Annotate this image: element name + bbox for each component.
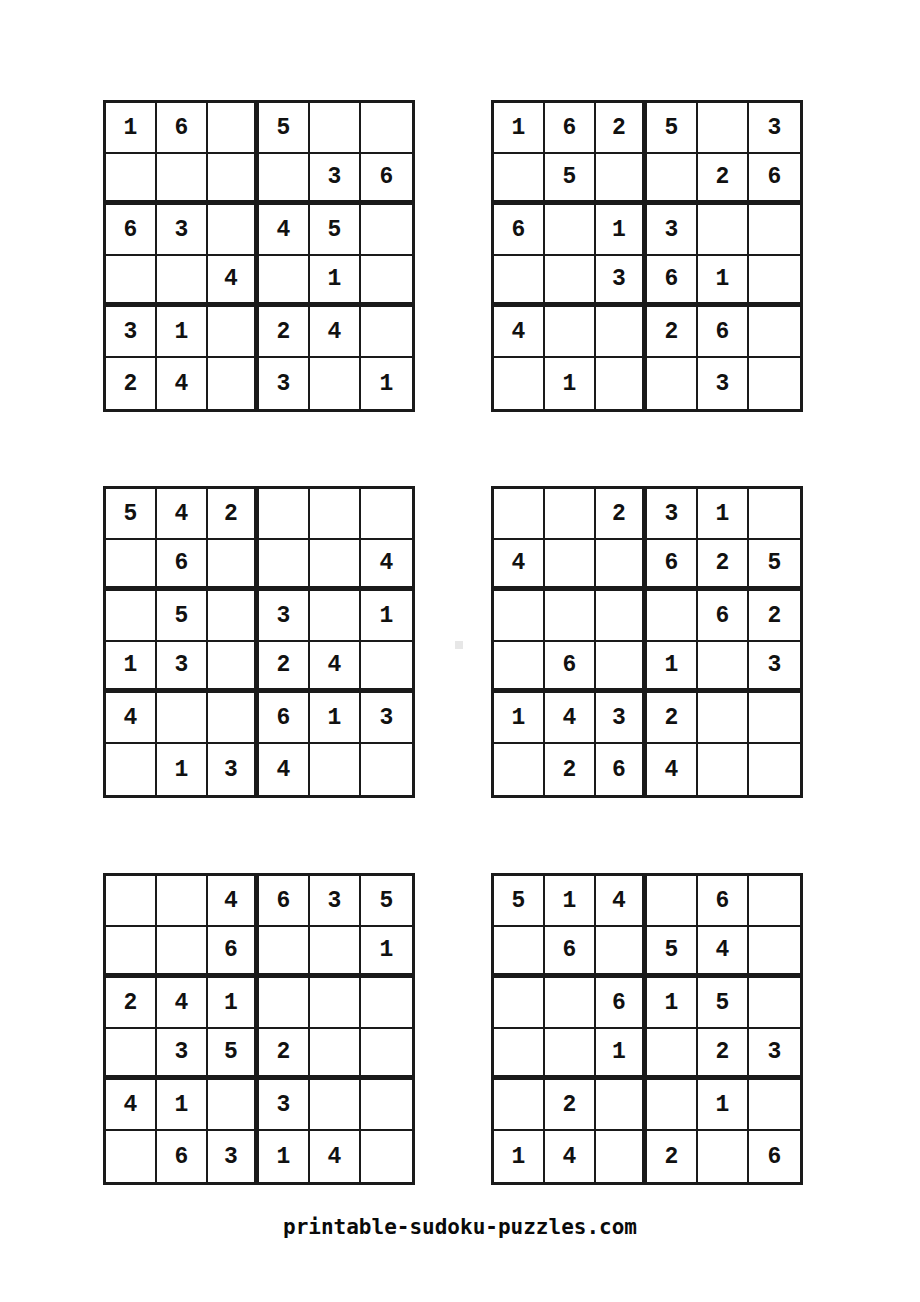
- puzzle-5-cell-r3c3-given: 1: [208, 978, 259, 1029]
- puzzle-3-cell-r3c4-given: 3: [259, 591, 310, 642]
- puzzle-4-cell-r5c1-given: 1: [494, 693, 545, 744]
- puzzle-1-cell-r6c3-empty[interactable]: [208, 358, 259, 409]
- puzzle-1-cell-r4c6-empty[interactable]: [361, 256, 412, 307]
- puzzle-2-cell-r2c6-given: 6: [749, 154, 800, 205]
- puzzle-3-cell-r5c2-empty[interactable]: [157, 693, 208, 744]
- puzzle-6-cell-r6c1-given: 1: [494, 1131, 545, 1182]
- puzzle-1-cell-r6c2-given: 4: [157, 358, 208, 409]
- puzzle-1-cell-r4c3-given: 4: [208, 256, 259, 307]
- puzzle-2-cell-r5c5-given: 6: [698, 307, 749, 358]
- puzzle-4-cell-r6c4-given: 4: [647, 744, 698, 795]
- sudoku-board-1: 1653663454131242431: [103, 100, 415, 412]
- puzzle-6-cell-r2c6-empty[interactable]: [749, 927, 800, 978]
- puzzle-2-cell-r5c4-given: 2: [647, 307, 698, 358]
- puzzle-6-cell-r1c4-empty[interactable]: [647, 876, 698, 927]
- puzzle-3-cell-r5c4-given: 6: [259, 693, 310, 744]
- puzzle-5-cell-r3c6-empty[interactable]: [361, 978, 412, 1029]
- puzzle-3-cell-r6c5-empty[interactable]: [310, 744, 361, 795]
- puzzle-5-cell-r1c5-given: 3: [310, 876, 361, 927]
- puzzle-5-cell-r1c3-given: 4: [208, 876, 259, 927]
- puzzle-2-cell-r3c4-given: 3: [647, 205, 698, 256]
- puzzle-2-cell-r2c5-given: 2: [698, 154, 749, 205]
- puzzle-6-cell-r5c2-given: 2: [545, 1080, 596, 1131]
- puzzle-5-cell-r5c5-empty[interactable]: [310, 1080, 361, 1131]
- puzzle-4-cell-r5c6-empty[interactable]: [749, 693, 800, 744]
- puzzle-2-cell-r1c3-given: 2: [596, 103, 647, 154]
- puzzle-1-cell-r3c4-given: 4: [259, 205, 310, 256]
- puzzle-1-cell-r2c4-empty[interactable]: [259, 154, 310, 205]
- puzzle-6-cell-r2c4-given: 5: [647, 927, 698, 978]
- puzzle-5-cell-r5c1-given: 4: [106, 1080, 157, 1131]
- puzzle-5-cell-r6c3-given: 3: [208, 1131, 259, 1182]
- puzzle-1-cell-r3c2-given: 3: [157, 205, 208, 256]
- puzzle-4-cell-r4c2-given: 6: [545, 642, 596, 693]
- puzzle-3-cell-r6c2-given: 1: [157, 744, 208, 795]
- puzzle-2-cell-r1c2-given: 6: [545, 103, 596, 154]
- puzzle-3-cell-r3c2-given: 5: [157, 591, 208, 642]
- puzzle-3-cell-r1c4-empty[interactable]: [259, 489, 310, 540]
- puzzle-5-cell-r4c3-given: 5: [208, 1029, 259, 1080]
- puzzle-4-cell-r6c2-given: 2: [545, 744, 596, 795]
- puzzle-4-cell-r2c2-empty[interactable]: [545, 540, 596, 591]
- puzzle-1-cell-r3c5-given: 5: [310, 205, 361, 256]
- puzzle-4-cell-r5c5-empty[interactable]: [698, 693, 749, 744]
- puzzle-5-cell-r1c4-given: 6: [259, 876, 310, 927]
- puzzle-2-cell-r6c1-empty[interactable]: [494, 358, 545, 409]
- puzzle-3-cell-r1c3-given: 2: [208, 489, 259, 540]
- puzzle-6-cell-r1c1-given: 5: [494, 876, 545, 927]
- puzzle-2-cell-r1c6-given: 3: [749, 103, 800, 154]
- puzzle-6-cell-r2c1-empty[interactable]: [494, 927, 545, 978]
- puzzle-2-cell-r5c3-empty[interactable]: [596, 307, 647, 358]
- puzzle-3-cell-r3c1-empty[interactable]: [106, 591, 157, 642]
- puzzle-5-cell-r2c1-empty[interactable]: [106, 927, 157, 978]
- puzzle-2-cell-r3c2-empty[interactable]: [545, 205, 596, 256]
- puzzle-6-cell-r3c5-given: 5: [698, 978, 749, 1029]
- puzzle-1-cell-r1c2-given: 6: [157, 103, 208, 154]
- puzzle-3-cell-r1c5-empty[interactable]: [310, 489, 361, 540]
- puzzle-3-cell-r4c2-given: 3: [157, 642, 208, 693]
- puzzle-6-cell-r6c4-given: 2: [647, 1131, 698, 1182]
- puzzle-4-cell-r4c4-given: 1: [647, 642, 698, 693]
- puzzle-6-cell-r1c2-given: 1: [545, 876, 596, 927]
- puzzle-4-cell-r3c3-empty[interactable]: [596, 591, 647, 642]
- puzzle-2-cell-r6c3-empty[interactable]: [596, 358, 647, 409]
- puzzle-6-cell-r3c6-empty[interactable]: [749, 978, 800, 1029]
- puzzle-3-cell-r5c5-given: 1: [310, 693, 361, 744]
- puzzle-1-cell-r4c1-empty[interactable]: [106, 256, 157, 307]
- puzzle-3-cell-r3c3-empty[interactable]: [208, 591, 259, 642]
- puzzle-6-cell-r5c1-empty[interactable]: [494, 1080, 545, 1131]
- puzzle-2-cell-r2c1-empty[interactable]: [494, 154, 545, 205]
- puzzle-5-cell-r5c2-given: 1: [157, 1080, 208, 1131]
- puzzle-6-cell-r3c2-empty[interactable]: [545, 978, 596, 1029]
- sudoku-board-4: 2314625626131432264: [491, 486, 803, 798]
- puzzle-3-cell-r4c4-given: 2: [259, 642, 310, 693]
- puzzle-2-cell-r3c3-given: 1: [596, 205, 647, 256]
- puzzle-4-cell-r1c4-given: 3: [647, 489, 698, 540]
- puzzle-6-cell-r4c1-empty[interactable]: [494, 1029, 545, 1080]
- puzzle-5-cell-r4c1-empty[interactable]: [106, 1029, 157, 1080]
- puzzle-3-cell-r4c1-given: 1: [106, 642, 157, 693]
- puzzle-5-cell-r1c2-empty[interactable]: [157, 876, 208, 927]
- puzzle-4-cell-r1c3-given: 2: [596, 489, 647, 540]
- puzzle-3-cell-r1c1-given: 5: [106, 489, 157, 540]
- puzzle-2-cell-r5c6-empty[interactable]: [749, 307, 800, 358]
- puzzle-2-cell-r3c5-empty[interactable]: [698, 205, 749, 256]
- puzzle-1-cell-r6c6-given: 1: [361, 358, 412, 409]
- puzzle-4-cell-r6c3-given: 6: [596, 744, 647, 795]
- puzzle-3-cell-r5c3-empty[interactable]: [208, 693, 259, 744]
- puzzle-5-cell-r6c5-given: 4: [310, 1131, 361, 1182]
- puzzle-6-cell-r3c4-given: 1: [647, 978, 698, 1029]
- puzzle-4-cell-r2c3-empty[interactable]: [596, 540, 647, 591]
- puzzle-6-cell-r2c5-given: 4: [698, 927, 749, 978]
- puzzle-2-cell-r5c2-empty[interactable]: [545, 307, 596, 358]
- puzzle-2-cell-r4c2-empty[interactable]: [545, 256, 596, 307]
- puzzle-4-cell-r1c6-empty[interactable]: [749, 489, 800, 540]
- puzzle-3-cell-r3c5-empty[interactable]: [310, 591, 361, 642]
- puzzle-3-cell-r5c1-given: 4: [106, 693, 157, 744]
- puzzle-6-cell-r4c6-given: 3: [749, 1029, 800, 1080]
- puzzle-2-cell-r4c1-empty[interactable]: [494, 256, 545, 307]
- puzzle-3-cell-r3c6-given: 1: [361, 591, 412, 642]
- puzzle-5-cell-r6c4-given: 1: [259, 1131, 310, 1182]
- puzzle-4-cell-r1c1-empty[interactable]: [494, 489, 545, 540]
- puzzle-4-cell-r3c2-empty[interactable]: [545, 591, 596, 642]
- puzzle-1-cell-r5c2-given: 1: [157, 307, 208, 358]
- puzzle-4-cell-r3c6-given: 2: [749, 591, 800, 642]
- watermark-dot: [455, 641, 463, 649]
- puzzle-6-cell-r6c2-given: 4: [545, 1131, 596, 1182]
- puzzle-1-cell-r3c6-empty[interactable]: [361, 205, 412, 256]
- puzzle-6-cell-r4c4-empty[interactable]: [647, 1029, 698, 1080]
- printable-sudoku-sheet: 1653663454131242431 1625352661336142613 …: [0, 0, 920, 1302]
- puzzle-3-cell-r4c3-empty[interactable]: [208, 642, 259, 693]
- puzzle-3-cell-r6c6-empty[interactable]: [361, 744, 412, 795]
- puzzle-2-cell-r4c6-empty[interactable]: [749, 256, 800, 307]
- puzzle-2-cell-r4c5-given: 1: [698, 256, 749, 307]
- puzzle-6-cell-r6c3-empty[interactable]: [596, 1131, 647, 1182]
- puzzle-4-cell-r6c6-empty[interactable]: [749, 744, 800, 795]
- puzzle-1-cell-r4c5-given: 1: [310, 256, 361, 307]
- puzzle-5-cell-r1c1-empty[interactable]: [106, 876, 157, 927]
- puzzle-5-cell-r2c5-empty[interactable]: [310, 927, 361, 978]
- puzzle-4-cell-r3c5-given: 6: [698, 591, 749, 642]
- puzzle-6-cell-r4c5-given: 2: [698, 1029, 749, 1080]
- sudoku-board-6: 5146654615123211426: [491, 873, 803, 1185]
- puzzle-5-cell-r2c4-empty[interactable]: [259, 927, 310, 978]
- puzzle-1-cell-r6c5-empty[interactable]: [310, 358, 361, 409]
- puzzle-5-cell-r4c2-given: 3: [157, 1029, 208, 1080]
- puzzle-3-cell-r2c3-empty[interactable]: [208, 540, 259, 591]
- puzzle-1-cell-r6c1-given: 2: [106, 358, 157, 409]
- footer-site-label: printable-sudoku-puzzles.com: [0, 1215, 920, 1239]
- puzzle-2-cell-r1c4-given: 5: [647, 103, 698, 154]
- puzzle-5-cell-r6c2-given: 6: [157, 1131, 208, 1182]
- puzzle-4-cell-r6c1-empty[interactable]: [494, 744, 545, 795]
- puzzle-2-cell-r4c4-given: 6: [647, 256, 698, 307]
- puzzle-1-cell-r3c1-given: 6: [106, 205, 157, 256]
- puzzle-6-cell-r6c5-empty[interactable]: [698, 1131, 749, 1182]
- puzzle-2-cell-r6c2-given: 1: [545, 358, 596, 409]
- puzzle-3-cell-r6c1-empty[interactable]: [106, 744, 157, 795]
- puzzle-6-cell-r2c2-given: 6: [545, 927, 596, 978]
- puzzle-6-cell-r1c3-given: 4: [596, 876, 647, 927]
- puzzle-1-cell-r2c5-given: 3: [310, 154, 361, 205]
- puzzle-1-cell-r1c5-empty[interactable]: [310, 103, 361, 154]
- puzzle-1-cell-r1c6-empty[interactable]: [361, 103, 412, 154]
- puzzle-5-cell-r6c1-empty[interactable]: [106, 1131, 157, 1182]
- puzzle-6-cell-r5c5-given: 1: [698, 1080, 749, 1131]
- puzzle-6-cell-r1c6-empty[interactable]: [749, 876, 800, 927]
- puzzle-3-cell-r1c2-given: 4: [157, 489, 208, 540]
- puzzle-4-cell-r2c4-given: 6: [647, 540, 698, 591]
- puzzle-2-cell-r1c1-given: 1: [494, 103, 545, 154]
- puzzle-6-cell-r5c6-empty[interactable]: [749, 1080, 800, 1131]
- puzzle-1-cell-r1c3-empty[interactable]: [208, 103, 259, 154]
- sudoku-board-2: 1625352661336142613: [491, 100, 803, 412]
- puzzle-2-cell-r3c6-empty[interactable]: [749, 205, 800, 256]
- puzzle-2-cell-r2c3-empty[interactable]: [596, 154, 647, 205]
- puzzle-4-cell-r5c3-given: 3: [596, 693, 647, 744]
- puzzle-6-cell-r1c5-given: 6: [698, 876, 749, 927]
- puzzle-1-cell-r4c2-empty[interactable]: [157, 256, 208, 307]
- puzzle-4-cell-r2c6-given: 5: [749, 540, 800, 591]
- puzzle-1-cell-r5c6-empty[interactable]: [361, 307, 412, 358]
- puzzle-6-cell-r2c3-empty[interactable]: [596, 927, 647, 978]
- puzzle-5-cell-r3c4-empty[interactable]: [259, 978, 310, 1029]
- puzzle-3-cell-r2c2-given: 6: [157, 540, 208, 591]
- puzzle-4-cell-r1c2-empty[interactable]: [545, 489, 596, 540]
- puzzle-1-cell-r6c4-given: 3: [259, 358, 310, 409]
- puzzle-5-cell-r2c2-empty[interactable]: [157, 927, 208, 978]
- puzzle-2-cell-r3c1-given: 6: [494, 205, 545, 256]
- puzzle-1-cell-r1c1-given: 1: [106, 103, 157, 154]
- puzzle-3-cell-r1c6-empty[interactable]: [361, 489, 412, 540]
- puzzle-2-cell-r6c5-given: 3: [698, 358, 749, 409]
- puzzle-5-cell-r4c6-empty[interactable]: [361, 1029, 412, 1080]
- puzzle-1-cell-r2c6-given: 6: [361, 154, 412, 205]
- puzzle-6-cell-r5c4-empty[interactable]: [647, 1080, 698, 1131]
- puzzle-4-cell-r6c5-empty[interactable]: [698, 744, 749, 795]
- puzzle-6-cell-r6c6-given: 6: [749, 1131, 800, 1182]
- puzzle-2-cell-r6c6-empty[interactable]: [749, 358, 800, 409]
- sudoku-board-3: 5426453113244613134: [103, 486, 415, 798]
- puzzle-2-cell-r5c1-given: 4: [494, 307, 545, 358]
- puzzle-1-cell-r5c1-given: 3: [106, 307, 157, 358]
- puzzle-3-cell-r5c6-given: 3: [361, 693, 412, 744]
- puzzle-3-cell-r2c1-empty[interactable]: [106, 540, 157, 591]
- puzzle-5-cell-r4c4-given: 2: [259, 1029, 310, 1080]
- puzzle-1-cell-r2c1-empty[interactable]: [106, 154, 157, 205]
- puzzle-4-cell-r4c1-empty[interactable]: [494, 642, 545, 693]
- puzzle-5-cell-r4c5-empty[interactable]: [310, 1029, 361, 1080]
- puzzle-1-cell-r1c4-given: 5: [259, 103, 310, 154]
- puzzle-4-cell-r2c1-given: 4: [494, 540, 545, 591]
- puzzle-3-cell-r4c6-empty[interactable]: [361, 642, 412, 693]
- puzzle-2-cell-r1c5-empty[interactable]: [698, 103, 749, 154]
- puzzle-1-cell-r5c4-given: 2: [259, 307, 310, 358]
- puzzle-3-cell-r6c3-given: 3: [208, 744, 259, 795]
- puzzle-6-cell-r5c3-empty[interactable]: [596, 1080, 647, 1131]
- puzzle-4-cell-r4c6-given: 3: [749, 642, 800, 693]
- puzzle-2-cell-r6c4-empty[interactable]: [647, 358, 698, 409]
- puzzle-1-cell-r5c3-empty[interactable]: [208, 307, 259, 358]
- puzzle-4-cell-r1c5-given: 1: [698, 489, 749, 540]
- puzzle-3-cell-r4c5-given: 4: [310, 642, 361, 693]
- puzzle-3-cell-r2c5-empty[interactable]: [310, 540, 361, 591]
- puzzle-2-cell-r2c4-empty[interactable]: [647, 154, 698, 205]
- puzzle-5-cell-r6c6-empty[interactable]: [361, 1131, 412, 1182]
- puzzle-6-cell-r3c1-empty[interactable]: [494, 978, 545, 1029]
- puzzle-2-cell-r4c3-given: 3: [596, 256, 647, 307]
- puzzle-4-cell-r3c4-empty[interactable]: [647, 591, 698, 642]
- puzzle-5-cell-r3c5-empty[interactable]: [310, 978, 361, 1029]
- puzzle-4-cell-r3c1-empty[interactable]: [494, 591, 545, 642]
- puzzle-5-cell-r2c6-given: 1: [361, 927, 412, 978]
- puzzle-5-cell-r5c6-empty[interactable]: [361, 1080, 412, 1131]
- puzzle-5-cell-r2c3-given: 6: [208, 927, 259, 978]
- puzzle-2-cell-r2c2-given: 5: [545, 154, 596, 205]
- puzzle-6-cell-r4c3-given: 1: [596, 1029, 647, 1080]
- puzzle-1-cell-r3c3-empty[interactable]: [208, 205, 259, 256]
- puzzle-1-cell-r5c5-given: 4: [310, 307, 361, 358]
- puzzle-4-cell-r4c3-empty[interactable]: [596, 642, 647, 693]
- puzzle-3-cell-r2c4-empty[interactable]: [259, 540, 310, 591]
- puzzle-3-cell-r6c4-given: 4: [259, 744, 310, 795]
- puzzle-1-cell-r4c4-empty[interactable]: [259, 256, 310, 307]
- puzzle-1-cell-r2c2-empty[interactable]: [157, 154, 208, 205]
- puzzle-4-cell-r2c5-given: 2: [698, 540, 749, 591]
- puzzle-4-cell-r5c2-given: 4: [545, 693, 596, 744]
- puzzle-5-cell-r5c4-given: 3: [259, 1080, 310, 1131]
- puzzle-4-cell-r4c5-empty[interactable]: [698, 642, 749, 693]
- puzzle-5-cell-r1c6-given: 5: [361, 876, 412, 927]
- puzzle-5-cell-r3c1-given: 2: [106, 978, 157, 1029]
- puzzle-6-cell-r4c2-empty[interactable]: [545, 1029, 596, 1080]
- puzzle-3-cell-r2c6-given: 4: [361, 540, 412, 591]
- sudoku-board-5: 4635612413524136314: [103, 873, 415, 1185]
- puzzle-4-cell-r5c4-given: 2: [647, 693, 698, 744]
- puzzle-1-cell-r2c3-empty[interactable]: [208, 154, 259, 205]
- puzzle-6-cell-r3c3-given: 6: [596, 978, 647, 1029]
- puzzle-5-cell-r5c3-empty[interactable]: [208, 1080, 259, 1131]
- puzzle-5-cell-r3c2-given: 4: [157, 978, 208, 1029]
